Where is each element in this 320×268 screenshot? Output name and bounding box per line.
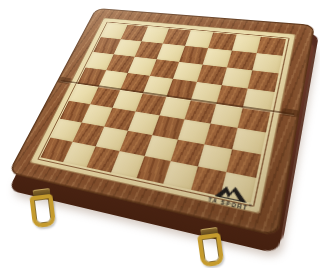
product-photo: TA SPORT® — [0, 0, 320, 268]
brass-latch-left — [25, 184, 60, 233]
latch-loop-icon — [197, 233, 224, 268]
latch-loop-icon — [29, 194, 56, 229]
checkerboard — [41, 23, 287, 203]
brass-latch-center — [193, 223, 229, 268]
hinge-notch-right — [281, 108, 299, 117]
registered-mark: ® — [248, 203, 252, 208]
